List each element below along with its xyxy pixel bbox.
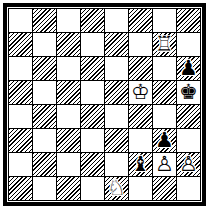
square-e8[interactable] (105, 9, 128, 32)
square-a1[interactable] (9, 177, 32, 200)
square-e6[interactable] (105, 57, 128, 80)
square-a4[interactable] (9, 105, 32, 128)
black-pawn-icon: ♟ (179, 57, 198, 78)
square-h7[interactable] (177, 33, 200, 56)
square-c7[interactable] (57, 33, 80, 56)
square-d1[interactable] (81, 177, 104, 200)
square-c3[interactable] (57, 129, 80, 152)
square-f3[interactable] (129, 129, 152, 152)
chess-board: ♜♖♟♚♔♚♟♝♟♙♟♙♞♘ (9, 9, 200, 200)
square-a6[interactable] (9, 57, 32, 80)
square-a2[interactable] (9, 153, 32, 176)
square-f7[interactable] (129, 33, 152, 56)
square-b4[interactable] (33, 105, 56, 128)
black-king-icon: ♚ (179, 81, 198, 102)
white-king-fill: ♚ (131, 81, 150, 102)
square-h4[interactable] (177, 105, 200, 128)
square-h8[interactable] (177, 9, 200, 32)
square-b3[interactable] (33, 129, 56, 152)
square-f6[interactable] (129, 57, 152, 80)
square-e7[interactable] (105, 33, 128, 56)
square-c4[interactable] (57, 105, 80, 128)
square-a7[interactable] (9, 33, 32, 56)
square-f2[interactable]: ♝ (129, 153, 152, 176)
board-frame: ♜♖♟♚♔♚♟♝♟♙♟♙♞♘ (3, 3, 206, 206)
white-pawn-fill: ♟ (179, 153, 198, 174)
square-d4[interactable] (81, 105, 104, 128)
square-g2[interactable]: ♟♙ (153, 153, 176, 176)
square-f5[interactable]: ♚♔ (129, 81, 152, 104)
square-e5[interactable] (105, 81, 128, 104)
square-g1[interactable] (153, 177, 176, 200)
square-g6[interactable] (153, 57, 176, 80)
square-b2[interactable] (33, 153, 56, 176)
square-e2[interactable] (105, 153, 128, 176)
square-d2[interactable] (81, 153, 104, 176)
white-pawn-icon: ♙ (155, 153, 174, 174)
square-c6[interactable] (57, 57, 80, 80)
square-c2[interactable] (57, 153, 80, 176)
square-b8[interactable] (33, 9, 56, 32)
white-pawn-icon: ♙ (179, 153, 198, 174)
square-h1[interactable] (177, 177, 200, 200)
square-a3[interactable] (9, 129, 32, 152)
square-h5[interactable]: ♚ (177, 81, 200, 104)
square-f1[interactable] (129, 177, 152, 200)
white-knight-icon: ♘ (107, 177, 126, 198)
square-h2[interactable]: ♟♙ (177, 153, 200, 176)
white-knight-fill: ♞ (107, 177, 126, 198)
square-g8[interactable] (153, 9, 176, 32)
white-king-icon: ♔ (131, 81, 150, 102)
square-d7[interactable] (81, 33, 104, 56)
square-e3[interactable] (105, 129, 128, 152)
square-g5[interactable] (153, 81, 176, 104)
white-rook-icon: ♖ (155, 33, 174, 54)
square-d8[interactable] (81, 9, 104, 32)
square-h3[interactable] (177, 129, 200, 152)
square-d6[interactable] (81, 57, 104, 80)
square-e1[interactable]: ♞♘ (105, 177, 128, 200)
square-g7[interactable]: ♜♖ (153, 33, 176, 56)
square-d5[interactable] (81, 81, 104, 104)
white-rook-fill: ♜ (155, 33, 174, 54)
board-inner-border: ♜♖♟♚♔♚♟♝♟♙♟♙♞♘ (8, 8, 201, 201)
square-c8[interactable] (57, 9, 80, 32)
square-d3[interactable] (81, 129, 104, 152)
square-c5[interactable] (57, 81, 80, 104)
square-a5[interactable] (9, 81, 32, 104)
square-f4[interactable] (129, 105, 152, 128)
black-bishop-icon: ♝ (131, 153, 150, 174)
white-pawn-fill: ♟ (155, 153, 174, 174)
square-g4[interactable] (153, 105, 176, 128)
square-b1[interactable] (33, 177, 56, 200)
square-f8[interactable] (129, 9, 152, 32)
square-b5[interactable] (33, 81, 56, 104)
black-pawn-icon: ♟ (155, 129, 174, 150)
square-h6[interactable]: ♟ (177, 57, 200, 80)
square-e4[interactable] (105, 105, 128, 128)
square-a8[interactable] (9, 9, 32, 32)
square-c1[interactable] (57, 177, 80, 200)
square-b7[interactable] (33, 33, 56, 56)
square-b6[interactable] (33, 57, 56, 80)
square-g3[interactable]: ♟ (153, 129, 176, 152)
